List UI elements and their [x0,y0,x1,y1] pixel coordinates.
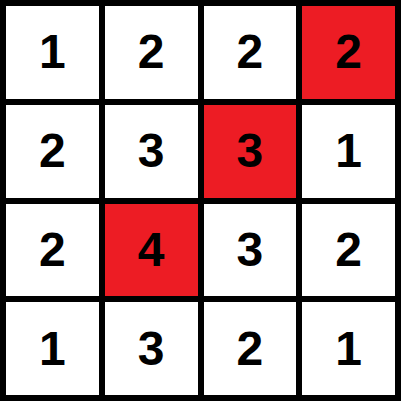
cell-r1c1[interactable]: 1 [6,6,99,99]
cell-r2c4[interactable]: 1 [302,105,395,198]
cell-r4c4[interactable]: 1 [302,302,395,395]
cell-r1c2[interactable]: 2 [105,6,198,99]
cell-r3c3[interactable]: 3 [204,204,297,297]
cell-r4c3[interactable]: 2 [204,302,297,395]
cell-r2c3[interactable]: 3 [204,105,297,198]
cell-r4c2[interactable]: 3 [105,302,198,395]
cell-r2c1[interactable]: 2 [6,105,99,198]
puzzle-board: 1 2 2 2 2 3 3 1 2 4 3 2 1 3 2 1 [0,0,401,401]
cell-r1c4[interactable]: 2 [302,6,395,99]
cell-r4c1[interactable]: 1 [6,302,99,395]
cell-r3c4[interactable]: 2 [302,204,395,297]
cell-r3c2[interactable]: 4 [105,204,198,297]
cell-r2c2[interactable]: 3 [105,105,198,198]
cell-r1c3[interactable]: 2 [204,6,297,99]
cell-r3c1[interactable]: 2 [6,204,99,297]
